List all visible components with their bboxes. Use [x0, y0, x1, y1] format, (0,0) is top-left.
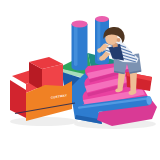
- soft-play-scene: COSTWAY: [0, 0, 160, 160]
- right-cylinder-highlight: [97, 20, 100, 61]
- child-lower-hand: [99, 56, 104, 61]
- left-cylinder-cap: [72, 21, 88, 28]
- left-cylinder-highlight: [74, 25, 78, 66]
- floor-shadow-left: [10, 117, 78, 126]
- child-upper-hand: [97, 48, 102, 53]
- left-cylinder-body: [72, 24, 88, 71]
- right-cylinder-cap: [95, 16, 109, 22]
- product-photo: COSTWAY: [0, 0, 160, 160]
- child-ear: [117, 38, 121, 42]
- child-back-leg: [130, 72, 137, 91]
